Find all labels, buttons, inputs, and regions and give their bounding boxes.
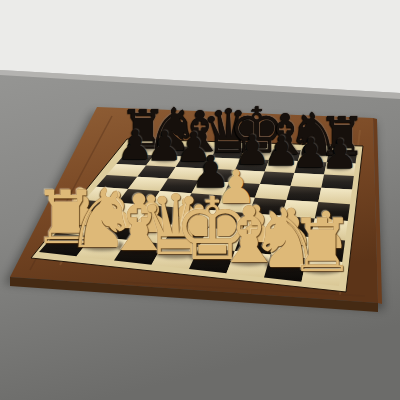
rook-glyph: ♜ [289, 209, 355, 283]
chess-set-photo: ♜♞♝♛♚♝♞♜♟♟♟♟♟♟♟♟♟♟♟♟♟♟♟♟♜♞♝♛♚♝♞♜ [0, 0, 400, 400]
white-rook-icon[interactable]: ♜ [289, 209, 355, 283]
pieces-layer: ♜♞♝♛♚♝♞♜♟♟♟♟♟♟♟♟♟♟♟♟♟♟♟♟♜♞♝♛♚♝♞♜ [0, 0, 400, 400]
pawn-glyph: ♟ [322, 134, 358, 175]
black-pawn-icon[interactable]: ♟ [322, 134, 358, 175]
